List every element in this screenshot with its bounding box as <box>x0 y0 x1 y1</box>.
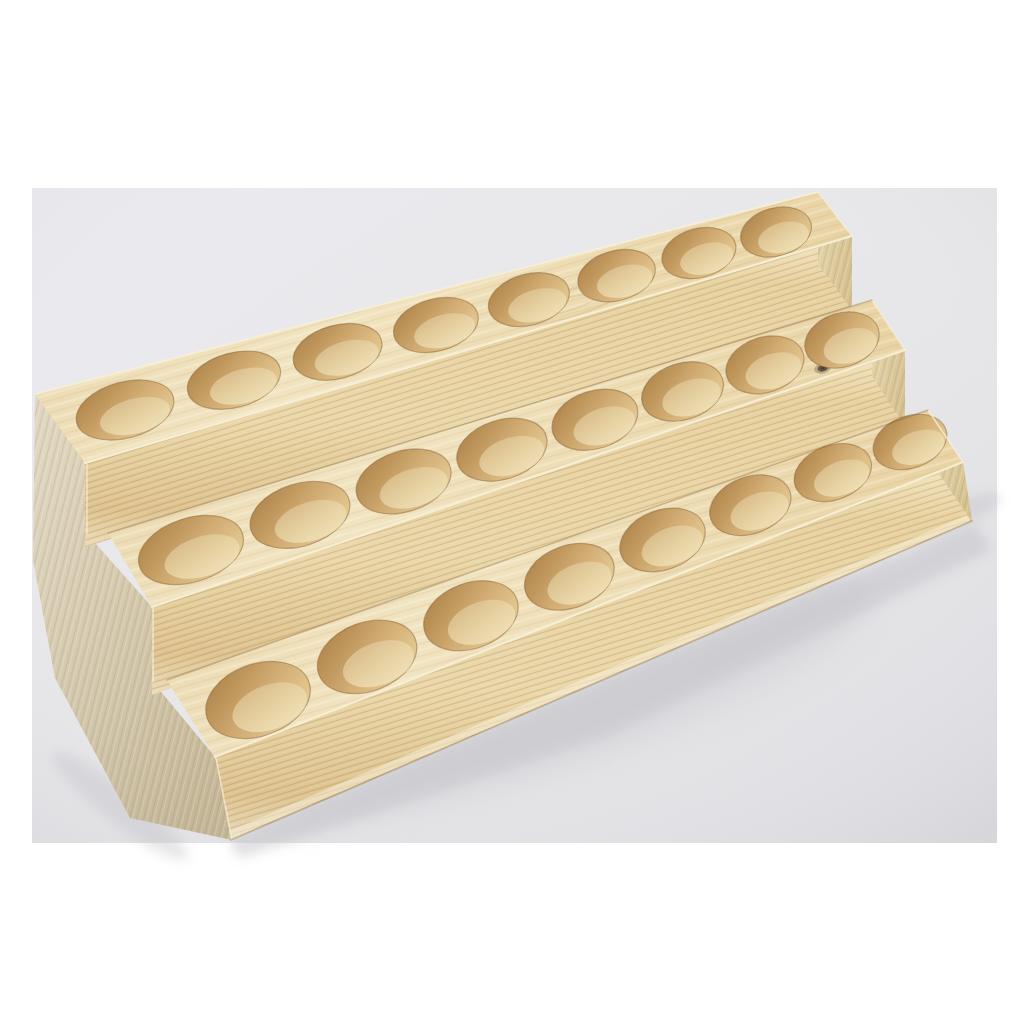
page-background <box>0 0 1024 1024</box>
wooden-rack-photo <box>0 0 1024 1024</box>
backdrop-vignette <box>32 188 997 843</box>
